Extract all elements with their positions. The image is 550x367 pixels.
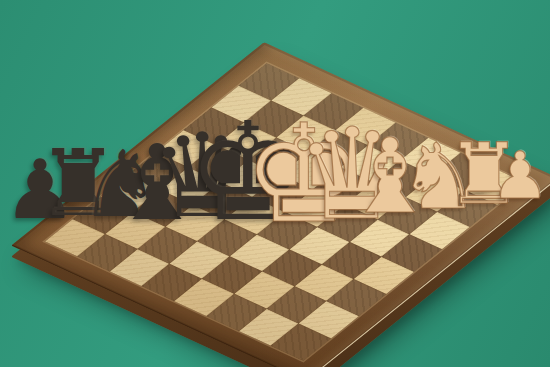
pieces-row: ♟♜♞♝♛♚♚♛♝♞♜♟	[0, 0, 550, 367]
white-pawn: ♟	[491, 143, 549, 208]
chessboard-photo-scene: ♟♜♞♝♛♚♚♛♝♞♜♟	[0, 0, 550, 367]
